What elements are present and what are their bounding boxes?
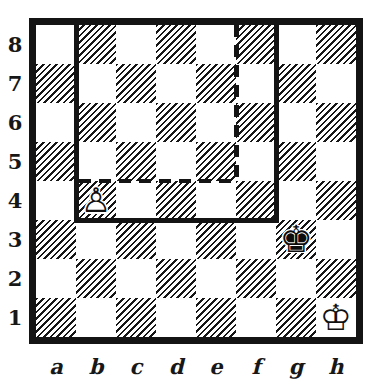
white-king-piece[interactable]: ♚♔ [316, 298, 356, 337]
board-grid: ♟♙♚♚♔ [36, 25, 356, 337]
rank-label-2: 2 [2, 259, 28, 298]
square-a1[interactable] [36, 298, 76, 337]
square-d3[interactable] [156, 220, 196, 259]
square-h4[interactable] [316, 181, 356, 220]
file-label-b: b [76, 350, 116, 382]
square-h2[interactable] [316, 259, 356, 298]
file-label-c: c [116, 350, 156, 382]
square-d4[interactable] [156, 181, 196, 220]
square-h3[interactable] [316, 220, 356, 259]
square-f1[interactable] [236, 298, 276, 337]
square-c1[interactable] [116, 298, 156, 337]
rank-labels: 87654321 [2, 25, 28, 337]
square-b4[interactable]: ♟♙ [76, 181, 116, 220]
square-f4[interactable] [236, 181, 276, 220]
square-c2[interactable] [116, 259, 156, 298]
square-e8[interactable] [196, 25, 236, 64]
square-d1[interactable] [156, 298, 196, 337]
square-c8[interactable] [116, 25, 156, 64]
square-f6[interactable] [236, 103, 276, 142]
square-h8[interactable] [316, 25, 356, 64]
square-a8[interactable] [36, 25, 76, 64]
square-c7[interactable] [116, 64, 156, 103]
rank-label-6: 6 [2, 103, 28, 142]
square-e2[interactable] [196, 259, 236, 298]
square-a3[interactable] [36, 220, 76, 259]
white-pawn-piece[interactable]: ♟♙ [76, 181, 116, 220]
file-label-e: e [196, 350, 236, 382]
square-g4[interactable] [276, 181, 316, 220]
square-g7[interactable] [276, 64, 316, 103]
square-b3[interactable] [76, 220, 116, 259]
square-h5[interactable] [316, 142, 356, 181]
file-label-a: a [36, 350, 76, 382]
square-d6[interactable] [156, 103, 196, 142]
black-king-solid-glyph: ♚ [276, 220, 316, 259]
square-b1[interactable] [76, 298, 116, 337]
square-g6[interactable] [276, 103, 316, 142]
square-g1[interactable] [276, 298, 316, 337]
square-a6[interactable] [36, 103, 76, 142]
square-d5[interactable] [156, 142, 196, 181]
square-a4[interactable] [36, 181, 76, 220]
square-c5[interactable] [116, 142, 156, 181]
square-e7[interactable] [196, 64, 236, 103]
square-b2[interactable] [76, 259, 116, 298]
white-pawn-outline-glyph: ♙ [76, 181, 116, 220]
square-f7[interactable] [236, 64, 276, 103]
square-f3[interactable] [236, 220, 276, 259]
square-e4[interactable] [196, 181, 236, 220]
rank-label-8: 8 [2, 25, 28, 64]
file-label-f: f [236, 350, 276, 382]
square-d8[interactable] [156, 25, 196, 64]
square-g5[interactable] [276, 142, 316, 181]
square-f5[interactable] [236, 142, 276, 181]
square-g2[interactable] [276, 259, 316, 298]
square-c4[interactable] [116, 181, 156, 220]
rank-label-7: 7 [2, 64, 28, 103]
square-c3[interactable] [116, 220, 156, 259]
square-b5[interactable] [76, 142, 116, 181]
square-e1[interactable] [196, 298, 236, 337]
white-king-outline-glyph: ♔ [316, 298, 356, 337]
chess-board: ♟♙♚♚♔ [29, 18, 363, 344]
square-e5[interactable] [196, 142, 236, 181]
square-e6[interactable] [196, 103, 236, 142]
square-b8[interactable] [76, 25, 116, 64]
square-f2[interactable] [236, 259, 276, 298]
square-e3[interactable] [196, 220, 236, 259]
square-h7[interactable] [316, 64, 356, 103]
square-a5[interactable] [36, 142, 76, 181]
square-a7[interactable] [36, 64, 76, 103]
file-label-d: d [156, 350, 196, 382]
chess-diagram-page: 87654321 ♟♙♚♚♔ abcdefgh [0, 0, 385, 389]
square-a2[interactable] [36, 259, 76, 298]
square-d2[interactable] [156, 259, 196, 298]
rank-label-4: 4 [2, 181, 28, 220]
square-b7[interactable] [76, 64, 116, 103]
square-f8[interactable] [236, 25, 276, 64]
square-b6[interactable] [76, 103, 116, 142]
square-g3[interactable]: ♚ [276, 220, 316, 259]
rank-label-1: 1 [2, 298, 28, 337]
square-h6[interactable] [316, 103, 356, 142]
rank-label-5: 5 [2, 142, 28, 181]
square-c6[interactable] [116, 103, 156, 142]
rank-label-3: 3 [2, 220, 28, 259]
square-d7[interactable] [156, 64, 196, 103]
square-g8[interactable] [276, 25, 316, 64]
file-label-g: g [276, 350, 316, 382]
black-king-piece[interactable]: ♚ [276, 220, 316, 259]
square-h1[interactable]: ♚♔ [316, 298, 356, 337]
file-labels: abcdefgh [36, 350, 356, 382]
file-label-h: h [316, 350, 356, 382]
